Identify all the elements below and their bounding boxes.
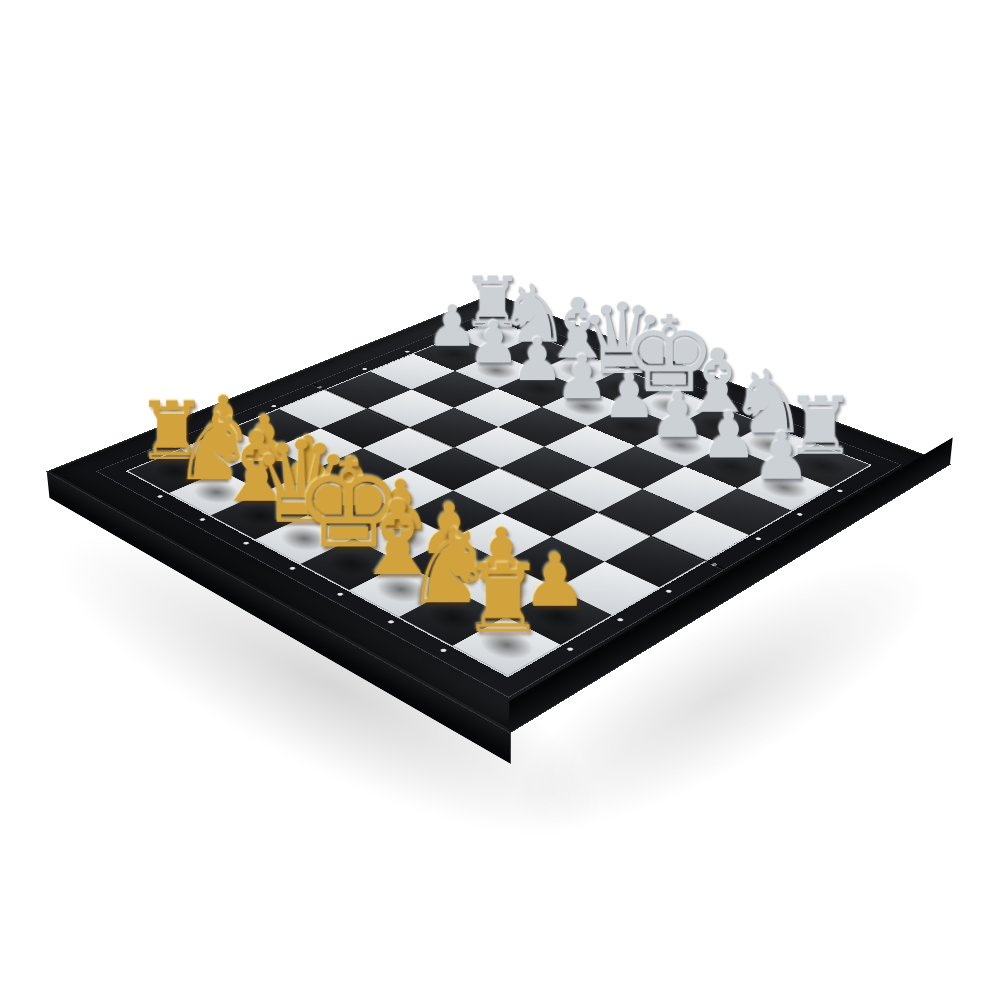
piece-shadow — [553, 393, 617, 421]
magnet-dot — [836, 489, 843, 492]
magnet-dot — [157, 495, 164, 498]
magnet-dot — [222, 424, 229, 427]
piece-shadow — [749, 472, 819, 505]
rook-glyph: ♜ — [136, 392, 208, 472]
piece-shadow — [687, 411, 753, 440]
rook-glyph: ♜ — [785, 387, 857, 467]
magnet-dot — [616, 617, 624, 621]
magnet-dot — [818, 440, 825, 443]
piece-shadow — [737, 430, 804, 460]
magnet-dot — [796, 512, 803, 516]
magnet-dot — [718, 401, 725, 404]
magnet-dot — [625, 366, 631, 369]
magnet-dot — [270, 405, 277, 408]
magnet-dot — [538, 333, 544, 335]
magnet-dot — [581, 349, 587, 352]
piece-shadow — [234, 454, 301, 486]
magnet-dot — [440, 648, 448, 653]
piece-shadow — [466, 358, 528, 384]
magnet-dot — [710, 562, 718, 566]
magnet-dot — [404, 350, 410, 353]
magnet-dot — [317, 386, 324, 389]
magnet-dot — [387, 619, 395, 623]
square-h5 — [651, 511, 750, 560]
magnet-dot — [664, 589, 672, 593]
magnet-dot — [767, 420, 774, 423]
piece-shadow — [789, 450, 858, 481]
square-g1: ♞ — [399, 589, 505, 646]
magnet-dot — [289, 566, 297, 570]
magnet-dot — [566, 647, 574, 652]
magnet-dot — [199, 517, 206, 521]
magnet-dot — [337, 592, 345, 596]
magnet-dot — [243, 541, 251, 545]
pawn-glyph: ♟ — [195, 387, 251, 450]
square-g6 — [643, 466, 737, 511]
product-photo: ♜♞♝♛♚♝♞♜♟♟♟♟♟♟♟♟♟♟♟♟♟♟♟♟♜♞♝♛♚♝♞♜ — [0, 0, 1000, 1000]
piece-shadow — [269, 521, 341, 557]
pawn-glyph: ♟ — [427, 298, 478, 355]
square-h1: ♜ — [452, 616, 561, 675]
magnet-dot — [446, 333, 452, 335]
square-g4 — [552, 512, 651, 561]
magnet-dot — [171, 445, 178, 448]
piece-shadow — [697, 451, 766, 482]
bishop-glyph: ♝ — [678, 338, 757, 426]
piece-shadow — [467, 624, 547, 667]
piece-shadow — [142, 455, 209, 487]
magnet-dot — [361, 368, 367, 371]
magnet-dot — [670, 383, 676, 386]
square-a1: ♜ — [128, 449, 221, 492]
magnet-dot — [754, 537, 762, 541]
